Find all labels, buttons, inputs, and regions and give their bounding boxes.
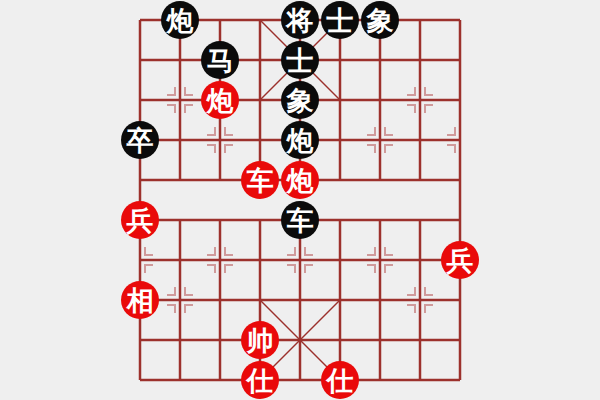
piece-black-horse[interactable]: 马 <box>201 41 239 79</box>
piece-red-cannon[interactable]: 炮 <box>281 161 319 199</box>
piece-black-chariot[interactable]: 车 <box>281 201 319 239</box>
xiangqi-app: 炮将士象马士炮象卒炮车炮兵车兵相帅仕仕 <box>0 0 600 400</box>
xiangqi-board[interactable]: 炮将士象马士炮象卒炮车炮兵车兵相帅仕仕 <box>140 20 460 380</box>
piece-black-soldier[interactable]: 卒 <box>121 121 159 159</box>
piece-red-soldier[interactable]: 兵 <box>441 241 479 279</box>
piece-black-general[interactable]: 将 <box>281 1 319 39</box>
piece-black-advisor[interactable]: 士 <box>321 1 359 39</box>
piece-black-elephant[interactable]: 象 <box>281 81 319 119</box>
piece-red-advisor[interactable]: 仕 <box>241 361 279 399</box>
piece-red-elephant[interactable]: 相 <box>121 281 159 319</box>
piece-red-general[interactable]: 帅 <box>241 321 279 359</box>
piece-black-elephant[interactable]: 象 <box>361 1 399 39</box>
piece-black-advisor[interactable]: 士 <box>281 41 319 79</box>
piece-red-chariot[interactable]: 车 <box>241 161 279 199</box>
piece-red-advisor[interactable]: 仕 <box>321 361 359 399</box>
piece-red-cannon[interactable]: 炮 <box>201 81 239 119</box>
piece-black-cannon[interactable]: 炮 <box>161 1 199 39</box>
piece-red-soldier[interactable]: 兵 <box>121 201 159 239</box>
piece-black-cannon[interactable]: 炮 <box>281 121 319 159</box>
